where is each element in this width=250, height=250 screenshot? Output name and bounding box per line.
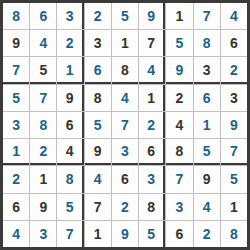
cell-r1c1[interactable]: 8	[3, 3, 29, 29]
cell-r9c3[interactable]: 7	[57, 221, 83, 247]
cell-r1c2[interactable]: 6	[30, 3, 56, 29]
cell-r6c2[interactable]: 2	[30, 139, 56, 165]
cell-r6c1[interactable]: 1	[3, 139, 29, 165]
cell-r3c2[interactable]: 5	[30, 57, 56, 83]
cell-r1c7[interactable]: 1	[166, 3, 192, 29]
cell-r9c6[interactable]: 5	[139, 221, 165, 247]
cell-r2c2[interactable]: 4	[30, 30, 56, 56]
cell-r2c9[interactable]: 6	[221, 30, 247, 56]
cell-r5c7[interactable]: 4	[166, 112, 192, 138]
cell-r1c6[interactable]: 9	[139, 3, 165, 29]
cell-r3c8[interactable]: 3	[194, 57, 220, 83]
cell-r7c5[interactable]: 6	[112, 166, 138, 192]
cell-r7c3[interactable]: 8	[57, 166, 83, 192]
cell-r6c7[interactable]: 8	[166, 139, 192, 165]
cell-r6c3[interactable]: 4	[57, 139, 83, 165]
cell-r2c8[interactable]: 8	[194, 30, 220, 56]
cell-r8c3[interactable]: 5	[57, 194, 83, 220]
cell-r7c7[interactable]: 7	[166, 166, 192, 192]
cell-r4c8[interactable]: 6	[194, 85, 220, 111]
cell-r1c8[interactable]: 7	[194, 3, 220, 29]
cell-r7c1[interactable]: 2	[3, 166, 29, 192]
cell-r8c4[interactable]: 7	[85, 194, 111, 220]
cell-r2c6[interactable]: 7	[139, 30, 165, 56]
cell-r5c5[interactable]: 7	[112, 112, 138, 138]
cell-r1c4[interactable]: 2	[85, 3, 111, 29]
cell-r7c8[interactable]: 9	[194, 166, 220, 192]
cell-r6c9[interactable]: 7	[221, 139, 247, 165]
cell-r7c6[interactable]: 3	[139, 166, 165, 192]
cell-r8c9[interactable]: 1	[221, 194, 247, 220]
cell-r6c4[interactable]: 9	[85, 139, 111, 165]
cell-r9c7[interactable]: 6	[166, 221, 192, 247]
cell-r3c5[interactable]: 8	[112, 57, 138, 83]
cell-r5c8[interactable]: 1	[194, 112, 220, 138]
cell-r4c1[interactable]: 5	[3, 85, 29, 111]
cell-r4c4[interactable]: 8	[85, 85, 111, 111]
cell-r6c8[interactable]: 5	[194, 139, 220, 165]
cell-r7c9[interactable]: 5	[221, 166, 247, 192]
cell-r2c3[interactable]: 2	[57, 30, 83, 56]
cell-r6c6[interactable]: 6	[139, 139, 165, 165]
cell-r8c5[interactable]: 2	[112, 194, 138, 220]
cell-r9c9[interactable]: 8	[221, 221, 247, 247]
cell-r3c7[interactable]: 9	[166, 57, 192, 83]
cell-r2c7[interactable]: 5	[166, 30, 192, 56]
cell-r5c4[interactable]: 5	[85, 112, 111, 138]
cell-r4c2[interactable]: 7	[30, 85, 56, 111]
cell-r8c7[interactable]: 3	[166, 194, 192, 220]
cell-r9c4[interactable]: 1	[85, 221, 111, 247]
cell-r3c3[interactable]: 1	[57, 57, 83, 83]
cell-r1c5[interactable]: 5	[112, 3, 138, 29]
cell-r8c8[interactable]: 4	[194, 194, 220, 220]
cell-r4c6[interactable]: 1	[139, 85, 165, 111]
cell-r9c8[interactable]: 2	[194, 221, 220, 247]
cell-r9c1[interactable]: 4	[3, 221, 29, 247]
cell-r8c2[interactable]: 9	[30, 194, 56, 220]
cell-r4c7[interactable]: 2	[166, 85, 192, 111]
cell-r8c1[interactable]: 6	[3, 194, 29, 220]
cell-r2c4[interactable]: 3	[85, 30, 111, 56]
cell-r7c2[interactable]: 1	[30, 166, 56, 192]
cell-r5c6[interactable]: 2	[139, 112, 165, 138]
cell-r5c2[interactable]: 8	[30, 112, 56, 138]
cell-r2c5[interactable]: 1	[112, 30, 138, 56]
cell-r3c6[interactable]: 4	[139, 57, 165, 83]
cell-r8c6[interactable]: 8	[139, 194, 165, 220]
cell-r5c9[interactable]: 9	[221, 112, 247, 138]
cell-r9c5[interactable]: 9	[112, 221, 138, 247]
cell-r1c3[interactable]: 3	[57, 3, 83, 29]
cell-r4c9[interactable]: 3	[221, 85, 247, 111]
cell-r7c4[interactable]: 4	[85, 166, 111, 192]
cell-r6c5[interactable]: 3	[112, 139, 138, 165]
cell-r3c1[interactable]: 7	[3, 57, 29, 83]
cell-r4c3[interactable]: 9	[57, 85, 83, 111]
cell-r4c5[interactable]: 4	[112, 85, 138, 111]
sudoku-board: 8632591749423175867516849325798412633865…	[0, 0, 250, 250]
cell-r2c1[interactable]: 9	[3, 30, 29, 56]
cell-r3c9[interactable]: 2	[221, 57, 247, 83]
cell-r5c1[interactable]: 3	[3, 112, 29, 138]
cell-r9c2[interactable]: 3	[30, 221, 56, 247]
cell-r3c4[interactable]: 6	[85, 57, 111, 83]
cell-r5c3[interactable]: 6	[57, 112, 83, 138]
cell-r1c9[interactable]: 4	[221, 3, 247, 29]
